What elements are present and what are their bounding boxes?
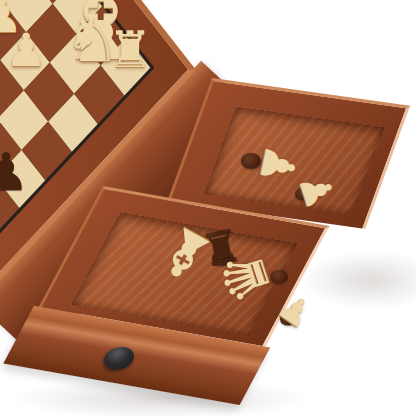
- chess-piece-black-pawn: ♟: [0, 146, 29, 198]
- chess-piece-white-rook: ♜: [108, 25, 153, 75]
- chess-piece-white-pawn: ♟: [5, 27, 46, 73]
- drawer-knob: [100, 345, 139, 372]
- chess-set-product-photo: ♟♝♟♞♜♟♟♟♝♜♛♟: [0, 0, 416, 416]
